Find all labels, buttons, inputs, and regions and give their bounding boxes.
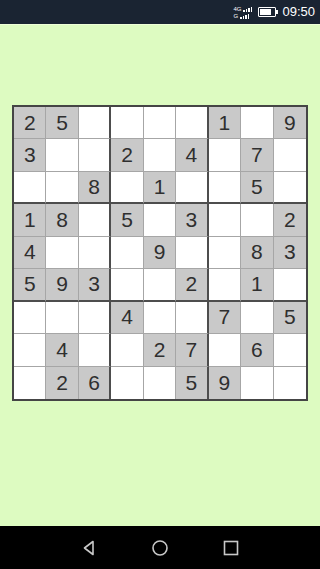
sim1-signal-bars-icon <box>243 7 252 12</box>
cell-r2c5[interactable] <box>144 139 176 171</box>
cell-r9c1[interactable] <box>14 367 46 399</box>
cell-r9c9[interactable] <box>274 367 306 399</box>
recents-icon <box>222 539 240 557</box>
cell-r3c1[interactable] <box>14 172 46 204</box>
cell-r1c9[interactable]: 9 <box>274 107 306 139</box>
cell-r9c6[interactable]: 5 <box>176 367 208 399</box>
cell-r2c3[interactable] <box>79 139 111 171</box>
cell-r4c3[interactable] <box>79 204 111 236</box>
cell-r5c8[interactable]: 8 <box>241 237 273 269</box>
cell-r7c4[interactable]: 4 <box>111 302 143 334</box>
sim1-network-label: 4G <box>233 6 241 12</box>
cell-r3c5[interactable]: 1 <box>144 172 176 204</box>
home-icon <box>151 539 169 557</box>
status-clock: 09:50 <box>282 0 315 24</box>
cell-r3c9[interactable] <box>274 172 306 204</box>
cell-r6c6[interactable]: 2 <box>176 269 208 301</box>
cell-r1c3[interactable] <box>79 107 111 139</box>
cell-r6c4[interactable] <box>111 269 143 301</box>
cell-r8c5[interactable]: 2 <box>144 334 176 366</box>
cell-r6c2[interactable]: 9 <box>46 269 78 301</box>
cell-r6c9[interactable] <box>274 269 306 301</box>
status-bar: 4G G 09:50 <box>0 0 320 24</box>
cell-r6c7[interactable] <box>209 269 241 301</box>
cell-r5c3[interactable] <box>79 237 111 269</box>
cell-r4c1[interactable]: 1 <box>14 204 46 236</box>
battery-icon <box>258 7 276 17</box>
cell-r4c9[interactable]: 2 <box>274 204 306 236</box>
signal-strength-icon: 4G G <box>233 6 252 19</box>
cell-r4c8[interactable] <box>241 204 273 236</box>
cell-r2c4[interactable]: 2 <box>111 139 143 171</box>
recents-button[interactable] <box>222 539 240 557</box>
cell-r5c6[interactable] <box>176 237 208 269</box>
cell-r5c4[interactable] <box>111 237 143 269</box>
cell-r4c4[interactable]: 5 <box>111 204 143 236</box>
cell-r8c4[interactable] <box>111 334 143 366</box>
cell-r8c6[interactable]: 7 <box>176 334 208 366</box>
cell-r9c2[interactable]: 2 <box>46 367 78 399</box>
back-button[interactable] <box>80 539 98 557</box>
sim1-signal: 4G <box>233 6 252 12</box>
cell-r1c1[interactable]: 2 <box>14 107 46 139</box>
cell-r7c2[interactable] <box>46 302 78 334</box>
cell-r3c4[interactable] <box>111 172 143 204</box>
cell-r3c8[interactable]: 5 <box>241 172 273 204</box>
cell-r2c7[interactable] <box>209 139 241 171</box>
cell-r7c7[interactable]: 7 <box>209 302 241 334</box>
cell-r2c1[interactable]: 3 <box>14 139 46 171</box>
home-button[interactable] <box>151 539 169 557</box>
cell-r2c6[interactable]: 4 <box>176 139 208 171</box>
cell-r8c2[interactable]: 4 <box>46 334 78 366</box>
cell-r9c3[interactable]: 6 <box>79 367 111 399</box>
cell-r5c1[interactable]: 4 <box>14 237 46 269</box>
sim2-signal-bars-icon <box>240 14 249 19</box>
android-nav-bar <box>0 526 320 569</box>
cell-r9c8[interactable] <box>241 367 273 399</box>
sim2-signal: G <box>233 13 252 19</box>
cell-r4c6[interactable]: 3 <box>176 204 208 236</box>
cell-r1c6[interactable] <box>176 107 208 139</box>
app-background: 251932478151853249835932147542762659 <box>0 24 320 526</box>
cell-r3c3[interactable]: 8 <box>79 172 111 204</box>
cell-r1c7[interactable]: 1 <box>209 107 241 139</box>
cell-r2c2[interactable] <box>46 139 78 171</box>
cell-r6c5[interactable] <box>144 269 176 301</box>
cell-r1c5[interactable] <box>144 107 176 139</box>
cell-r9c7[interactable]: 9 <box>209 367 241 399</box>
cell-r8c1[interactable] <box>14 334 46 366</box>
cell-r2c9[interactable] <box>274 139 306 171</box>
cell-r7c8[interactable] <box>241 302 273 334</box>
cell-r6c3[interactable]: 3 <box>79 269 111 301</box>
cell-r8c3[interactable] <box>79 334 111 366</box>
cell-r4c5[interactable] <box>144 204 176 236</box>
cell-r3c7[interactable] <box>209 172 241 204</box>
cell-r7c1[interactable] <box>14 302 46 334</box>
cell-r8c7[interactable] <box>209 334 241 366</box>
cell-r8c8[interactable]: 6 <box>241 334 273 366</box>
cell-r3c6[interactable] <box>176 172 208 204</box>
cell-r7c9[interactable]: 5 <box>274 302 306 334</box>
cell-r1c2[interactable]: 5 <box>46 107 78 139</box>
cell-r5c5[interactable]: 9 <box>144 237 176 269</box>
cell-r1c4[interactable] <box>111 107 143 139</box>
cell-r6c8[interactable]: 1 <box>241 269 273 301</box>
cell-r5c7[interactable] <box>209 237 241 269</box>
cell-r2c8[interactable]: 7 <box>241 139 273 171</box>
cell-r7c3[interactable] <box>79 302 111 334</box>
cell-r5c2[interactable] <box>46 237 78 269</box>
sudoku-board: 251932478151853249835932147542762659 <box>12 105 308 401</box>
cell-r4c7[interactable] <box>209 204 241 236</box>
cell-r6c1[interactable]: 5 <box>14 269 46 301</box>
cell-r9c4[interactable] <box>111 367 143 399</box>
cell-r8c9[interactable] <box>274 334 306 366</box>
cell-r1c8[interactable] <box>241 107 273 139</box>
cell-r4c2[interactable]: 8 <box>46 204 78 236</box>
sim2-network-label: G <box>233 13 238 19</box>
back-icon <box>80 539 98 557</box>
cell-r7c5[interactable] <box>144 302 176 334</box>
cell-r5c9[interactable]: 3 <box>274 237 306 269</box>
cell-r3c2[interactable] <box>46 172 78 204</box>
cell-r9c5[interactable] <box>144 367 176 399</box>
cell-r7c6[interactable] <box>176 302 208 334</box>
